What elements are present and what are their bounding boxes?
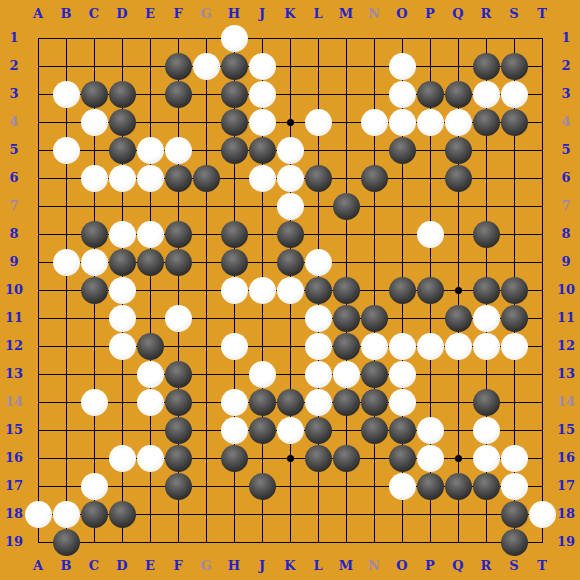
- stone-white-b3[interactable]: [53, 81, 80, 108]
- row-label-left: 5: [2, 142, 26, 158]
- stone-black-l10[interactable]: [305, 277, 332, 304]
- stone-white-r11[interactable]: [473, 305, 500, 332]
- row-label-right: 18: [554, 506, 578, 522]
- stone-black-l15[interactable]: [305, 417, 332, 444]
- row-label-left: 12: [2, 338, 26, 354]
- stone-black-j15[interactable]: [249, 417, 276, 444]
- stone-black-m16[interactable]: [333, 445, 360, 472]
- stone-black-o5[interactable]: [389, 137, 416, 164]
- stone-black-p3[interactable]: [417, 81, 444, 108]
- stone-white-c17[interactable]: [81, 473, 108, 500]
- stone-black-k9[interactable]: [277, 249, 304, 276]
- row-label-right: 15: [554, 422, 578, 438]
- stone-white-d8[interactable]: [109, 221, 136, 248]
- stone-white-j13[interactable]: [249, 361, 276, 388]
- row-label-left: 4: [2, 114, 26, 130]
- column-label-top: C: [82, 6, 106, 22]
- row-label-right: 7: [554, 198, 578, 214]
- stone-white-l12[interactable]: [305, 333, 332, 360]
- column-label-bottom: K: [278, 558, 302, 574]
- stone-white-j10[interactable]: [249, 277, 276, 304]
- stone-white-j2[interactable]: [249, 53, 276, 80]
- row-label-right: 9: [554, 254, 578, 270]
- column-label-bottom: C: [82, 558, 106, 574]
- stone-black-q11[interactable]: [445, 305, 472, 332]
- stone-black-c10[interactable]: [81, 277, 108, 304]
- column-label-bottom: E: [138, 558, 162, 574]
- stone-black-e12[interactable]: [137, 333, 164, 360]
- stone-black-f8[interactable]: [165, 221, 192, 248]
- stone-black-r14[interactable]: [473, 389, 500, 416]
- stone-black-o15[interactable]: [389, 417, 416, 444]
- stone-black-f16[interactable]: [165, 445, 192, 472]
- row-label-left: 2: [2, 58, 26, 74]
- column-label-bottom: L: [306, 558, 330, 574]
- stone-white-d10[interactable]: [109, 277, 136, 304]
- stone-black-f17[interactable]: [165, 473, 192, 500]
- stone-white-j4[interactable]: [249, 109, 276, 136]
- stone-black-q6[interactable]: [445, 165, 472, 192]
- column-label-top: S: [502, 6, 526, 22]
- row-label-right: 8: [554, 226, 578, 242]
- stone-white-e16[interactable]: [137, 445, 164, 472]
- row-label-left: 1: [2, 30, 26, 46]
- row-label-left: 17: [2, 478, 26, 494]
- stone-white-d6[interactable]: [109, 165, 136, 192]
- row-label-right: 1: [554, 30, 578, 46]
- stone-black-f9[interactable]: [165, 249, 192, 276]
- row-label-right: 13: [554, 366, 578, 382]
- stone-white-e6[interactable]: [137, 165, 164, 192]
- stone-black-l16[interactable]: [305, 445, 332, 472]
- stone-black-n11[interactable]: [361, 305, 388, 332]
- row-label-right: 5: [554, 142, 578, 158]
- stone-white-l9[interactable]: [305, 249, 332, 276]
- column-label-bottom: D: [110, 558, 134, 574]
- stone-black-n13[interactable]: [361, 361, 388, 388]
- stone-white-j3[interactable]: [249, 81, 276, 108]
- row-label-right: 6: [554, 170, 578, 186]
- stone-white-c4[interactable]: [81, 109, 108, 136]
- stone-white-s3[interactable]: [501, 81, 528, 108]
- stone-white-k10[interactable]: [277, 277, 304, 304]
- column-label-top: B: [54, 6, 78, 22]
- stone-black-e9[interactable]: [137, 249, 164, 276]
- row-label-right: 17: [554, 478, 578, 494]
- stone-black-l6[interactable]: [305, 165, 332, 192]
- column-label-bottom: B: [54, 558, 78, 574]
- column-label-bottom: J: [250, 558, 274, 574]
- stone-black-s18[interactable]: [501, 501, 528, 528]
- row-label-left: 16: [2, 450, 26, 466]
- stone-white-a18[interactable]: [25, 501, 52, 528]
- stone-white-m13[interactable]: [333, 361, 360, 388]
- stone-white-h10[interactable]: [221, 277, 248, 304]
- column-label-bottom: Q: [446, 558, 470, 574]
- row-label-right: 10: [554, 282, 578, 298]
- column-label-bottom: G: [194, 558, 218, 574]
- stone-black-k8[interactable]: [277, 221, 304, 248]
- stone-white-j6[interactable]: [249, 165, 276, 192]
- stone-white-e8[interactable]: [137, 221, 164, 248]
- stone-white-d11[interactable]: [109, 305, 136, 332]
- grid-line-horizontal: [38, 374, 543, 375]
- row-label-right: 14: [554, 394, 578, 410]
- stone-white-h15[interactable]: [221, 417, 248, 444]
- stone-white-l14[interactable]: [305, 389, 332, 416]
- stone-black-c8[interactable]: [81, 221, 108, 248]
- column-label-bottom: T: [530, 558, 554, 574]
- row-label-left: 7: [2, 198, 26, 214]
- stone-white-l11[interactable]: [305, 305, 332, 332]
- stone-black-s4[interactable]: [501, 109, 528, 136]
- star-point-k4: [287, 119, 294, 126]
- row-label-left: 18: [2, 506, 26, 522]
- column-label-top: K: [278, 6, 302, 22]
- stone-black-h4[interactable]: [221, 109, 248, 136]
- stone-white-p15[interactable]: [417, 417, 444, 444]
- row-label-left: 15: [2, 422, 26, 438]
- column-label-top: D: [110, 6, 134, 22]
- column-label-bottom: P: [418, 558, 442, 574]
- column-label-bottom: A: [26, 558, 50, 574]
- stone-black-r4[interactable]: [473, 109, 500, 136]
- stone-black-h9[interactable]: [221, 249, 248, 276]
- column-label-top: L: [306, 6, 330, 22]
- stone-black-r2[interactable]: [473, 53, 500, 80]
- stone-white-l13[interactable]: [305, 361, 332, 388]
- column-label-bottom: S: [502, 558, 526, 574]
- stone-black-f15[interactable]: [165, 417, 192, 444]
- stone-white-r15[interactable]: [473, 417, 500, 444]
- row-label-left: 14: [2, 394, 26, 410]
- row-label-right: 16: [554, 450, 578, 466]
- stone-white-n12[interactable]: [361, 333, 388, 360]
- stone-white-p8[interactable]: [417, 221, 444, 248]
- stone-white-p4[interactable]: [417, 109, 444, 136]
- stone-black-h16[interactable]: [221, 445, 248, 472]
- stone-black-m7[interactable]: [333, 193, 360, 220]
- column-label-top: A: [26, 6, 50, 22]
- stone-black-h2[interactable]: [221, 53, 248, 80]
- row-label-right: 3: [554, 86, 578, 102]
- column-label-bottom: H: [222, 558, 246, 574]
- row-label-left: 3: [2, 86, 26, 102]
- stone-white-r16[interactable]: [473, 445, 500, 472]
- column-label-bottom: O: [390, 558, 414, 574]
- stone-white-o2[interactable]: [389, 53, 416, 80]
- stone-black-f13[interactable]: [165, 361, 192, 388]
- stone-black-f6[interactable]: [165, 165, 192, 192]
- stone-white-b9[interactable]: [53, 249, 80, 276]
- stone-black-j14[interactable]: [249, 389, 276, 416]
- column-label-bottom: R: [474, 558, 498, 574]
- stone-white-d12[interactable]: [109, 333, 136, 360]
- stone-white-e14[interactable]: [137, 389, 164, 416]
- column-label-top: G: [194, 6, 218, 22]
- stone-white-t18[interactable]: [529, 501, 556, 528]
- stone-black-h5[interactable]: [221, 137, 248, 164]
- stone-black-c18[interactable]: [81, 501, 108, 528]
- column-label-top: J: [250, 6, 274, 22]
- stone-black-j5[interactable]: [249, 137, 276, 164]
- star-point-q10: [455, 287, 462, 294]
- stone-black-h8[interactable]: [221, 221, 248, 248]
- stone-black-n15[interactable]: [361, 417, 388, 444]
- row-label-right: 2: [554, 58, 578, 74]
- stone-black-c3[interactable]: [81, 81, 108, 108]
- stone-black-s19[interactable]: [501, 529, 528, 556]
- stone-white-n4[interactable]: [361, 109, 388, 136]
- stone-white-d16[interactable]: [109, 445, 136, 472]
- column-label-top: P: [418, 6, 442, 22]
- stone-white-o3[interactable]: [389, 81, 416, 108]
- stone-black-k14[interactable]: [277, 389, 304, 416]
- stone-white-r3[interactable]: [473, 81, 500, 108]
- stone-white-o14[interactable]: [389, 389, 416, 416]
- column-label-top: Q: [446, 6, 470, 22]
- stone-white-s16[interactable]: [501, 445, 528, 472]
- stone-black-g6[interactable]: [193, 165, 220, 192]
- stone-black-n14[interactable]: [361, 389, 388, 416]
- star-point-k16: [287, 455, 294, 462]
- row-label-left: 6: [2, 170, 26, 186]
- stone-black-s2[interactable]: [501, 53, 528, 80]
- stone-white-o13[interactable]: [389, 361, 416, 388]
- row-label-left: 11: [2, 310, 26, 326]
- stone-white-p12[interactable]: [417, 333, 444, 360]
- stone-black-p17[interactable]: [417, 473, 444, 500]
- stone-white-c6[interactable]: [81, 165, 108, 192]
- stone-black-m12[interactable]: [333, 333, 360, 360]
- stone-white-g2[interactable]: [193, 53, 220, 80]
- stone-white-k7[interactable]: [277, 193, 304, 220]
- stone-white-o4[interactable]: [389, 109, 416, 136]
- stone-black-f3[interactable]: [165, 81, 192, 108]
- row-label-right: 12: [554, 338, 578, 354]
- stone-black-d5[interactable]: [109, 137, 136, 164]
- stone-black-p10[interactable]: [417, 277, 444, 304]
- stone-white-h14[interactable]: [221, 389, 248, 416]
- stone-white-c9[interactable]: [81, 249, 108, 276]
- column-label-top: E: [138, 6, 162, 22]
- stone-black-q5[interactable]: [445, 137, 472, 164]
- stone-white-f11[interactable]: [165, 305, 192, 332]
- stone-white-k15[interactable]: [277, 417, 304, 444]
- stone-black-d4[interactable]: [109, 109, 136, 136]
- stone-white-k5[interactable]: [277, 137, 304, 164]
- row-label-right: 11: [554, 310, 578, 326]
- column-label-top: R: [474, 6, 498, 22]
- stone-white-e13[interactable]: [137, 361, 164, 388]
- row-label-left: 9: [2, 254, 26, 270]
- grid-line-vertical: [542, 38, 543, 543]
- stone-black-d3[interactable]: [109, 81, 136, 108]
- stone-white-b18[interactable]: [53, 501, 80, 528]
- stone-black-f14[interactable]: [165, 389, 192, 416]
- stone-black-d9[interactable]: [109, 249, 136, 276]
- stone-black-h3[interactable]: [221, 81, 248, 108]
- stone-white-h1[interactable]: [221, 25, 248, 52]
- go-board: AA11BB22CC33DD44EE55FF66GG77HH88JJ99KK10…: [0, 0, 580, 580]
- column-label-top: H: [222, 6, 246, 22]
- column-label-top: N: [362, 6, 386, 22]
- stone-black-b19[interactable]: [53, 529, 80, 556]
- row-label-right: 19: [554, 534, 578, 550]
- grid-line-horizontal: [38, 542, 543, 543]
- stone-black-q17[interactable]: [445, 473, 472, 500]
- stone-white-r12[interactable]: [473, 333, 500, 360]
- stone-white-h12[interactable]: [221, 333, 248, 360]
- column-label-top: T: [530, 6, 554, 22]
- stone-black-r17[interactable]: [473, 473, 500, 500]
- stone-white-o12[interactable]: [389, 333, 416, 360]
- stone-white-q4[interactable]: [445, 109, 472, 136]
- stone-black-s10[interactable]: [501, 277, 528, 304]
- stone-black-m10[interactable]: [333, 277, 360, 304]
- stone-black-n6[interactable]: [361, 165, 388, 192]
- stone-black-j17[interactable]: [249, 473, 276, 500]
- column-label-bottom: F: [166, 558, 190, 574]
- column-label-top: M: [334, 6, 358, 22]
- stone-black-o16[interactable]: [389, 445, 416, 472]
- stone-black-o10[interactable]: [389, 277, 416, 304]
- stone-white-f5[interactable]: [165, 137, 192, 164]
- row-label-left: 10: [2, 282, 26, 298]
- row-label-right: 4: [554, 114, 578, 130]
- row-label-left: 19: [2, 534, 26, 550]
- column-label-top: F: [166, 6, 190, 22]
- stone-black-s11[interactable]: [501, 305, 528, 332]
- stone-white-p16[interactable]: [417, 445, 444, 472]
- stone-white-c14[interactable]: [81, 389, 108, 416]
- stone-black-f2[interactable]: [165, 53, 192, 80]
- star-point-q16: [455, 455, 462, 462]
- stone-black-m11[interactable]: [333, 305, 360, 332]
- stone-black-m14[interactable]: [333, 389, 360, 416]
- stone-black-r10[interactable]: [473, 277, 500, 304]
- stone-black-d18[interactable]: [109, 501, 136, 528]
- row-label-left: 13: [2, 366, 26, 382]
- stone-black-r8[interactable]: [473, 221, 500, 248]
- stone-white-k6[interactable]: [277, 165, 304, 192]
- column-label-bottom: M: [334, 558, 358, 574]
- stone-white-b5[interactable]: [53, 137, 80, 164]
- stone-white-q12[interactable]: [445, 333, 472, 360]
- stone-white-l4[interactable]: [305, 109, 332, 136]
- column-label-top: O: [390, 6, 414, 22]
- stone-white-e5[interactable]: [137, 137, 164, 164]
- stone-white-s12[interactable]: [501, 333, 528, 360]
- stone-white-o17[interactable]: [389, 473, 416, 500]
- stone-black-q3[interactable]: [445, 81, 472, 108]
- row-label-left: 8: [2, 226, 26, 242]
- column-label-bottom: N: [362, 558, 386, 574]
- stone-white-s17[interactable]: [501, 473, 528, 500]
